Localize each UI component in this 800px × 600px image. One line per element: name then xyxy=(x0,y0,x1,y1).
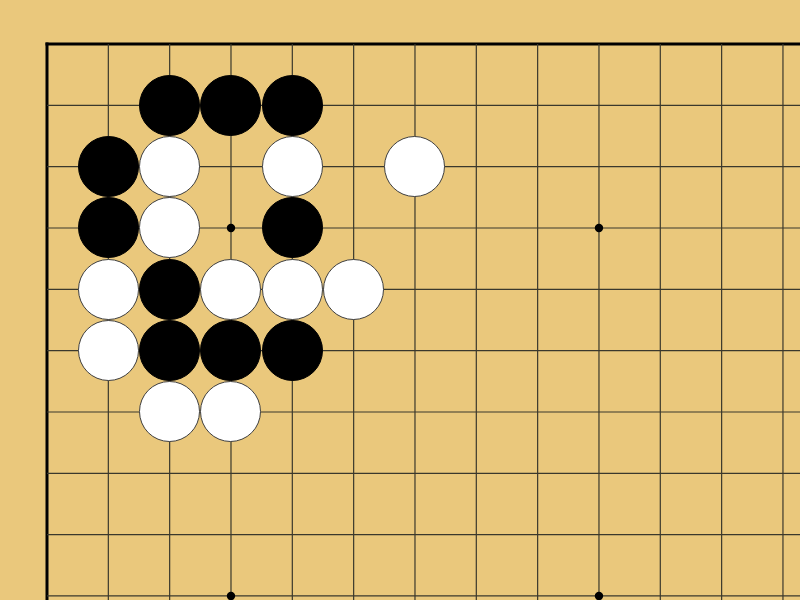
star-point xyxy=(227,224,235,232)
stone-black[interactable] xyxy=(139,75,200,136)
stone-black[interactable] xyxy=(262,320,323,381)
stone-black[interactable] xyxy=(139,320,200,381)
stone-white[interactable] xyxy=(323,259,384,320)
stone-white[interactable] xyxy=(262,259,323,320)
star-point xyxy=(227,592,235,600)
stone-black[interactable] xyxy=(262,75,323,136)
stone-black[interactable] xyxy=(200,75,261,136)
star-point xyxy=(595,224,603,232)
stone-black[interactable] xyxy=(78,136,139,197)
stone-white[interactable] xyxy=(139,136,200,197)
stone-black[interactable] xyxy=(139,259,200,320)
stone-black[interactable] xyxy=(262,197,323,258)
stone-white[interactable] xyxy=(78,259,139,320)
stone-black[interactable] xyxy=(78,197,139,258)
stone-white[interactable] xyxy=(262,136,323,197)
go-board[interactable] xyxy=(0,0,800,600)
star-point xyxy=(595,592,603,600)
stone-white[interactable] xyxy=(200,259,261,320)
stone-white[interactable] xyxy=(78,320,139,381)
